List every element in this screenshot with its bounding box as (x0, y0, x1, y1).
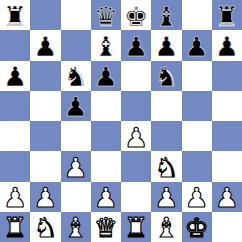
black-pawn-icon: ♟ (124, 32, 148, 59)
square-f1[interactable]: ♝ (151, 212, 181, 242)
square-f3[interactable]: ♞ (151, 151, 181, 181)
black-rook-icon: ♜ (3, 2, 27, 29)
black-pawn-icon: ♟ (215, 32, 239, 59)
white-pawn-icon: ♟ (215, 184, 239, 211)
square-d7[interactable]: ♝ (91, 30, 121, 60)
white-pawn-icon: ♟ (94, 184, 118, 211)
square-h8[interactable]: ♜ (212, 0, 242, 30)
square-f5[interactable] (151, 91, 181, 121)
black-pawn-icon: ♟ (33, 32, 57, 59)
square-b5[interactable] (30, 91, 60, 121)
square-c5[interactable]: ♟ (61, 91, 91, 121)
square-b7[interactable]: ♟ (30, 30, 60, 60)
square-a3[interactable] (0, 151, 30, 181)
square-f4[interactable] (151, 121, 181, 151)
square-f8[interactable]: ♝ (151, 0, 181, 30)
square-e8[interactable]: ♚ (121, 0, 151, 30)
square-b2[interactable]: ♟ (30, 182, 60, 212)
square-a8[interactable]: ♜ (0, 0, 30, 30)
square-g2[interactable]: ♟ (182, 182, 212, 212)
square-a4[interactable] (0, 121, 30, 151)
square-c3[interactable]: ♟ (61, 151, 91, 181)
black-pawn-icon: ♟ (3, 63, 27, 90)
square-d6[interactable]: ♟ (91, 61, 121, 91)
square-b6[interactable] (30, 61, 60, 91)
white-rook-icon: ♜ (124, 214, 148, 241)
black-bishop-icon: ♝ (154, 2, 178, 29)
black-pawn-icon: ♟ (154, 32, 178, 59)
white-king-icon: ♚ (185, 214, 209, 241)
square-e3[interactable] (121, 151, 151, 181)
chess-board[interactable]: ♜♛♚♝♜♟♝♟♟♟♟♟♞♟♞♟♟♟♞♟♟♟♟♟♟♜♞♝♛♜♝♚ (0, 0, 242, 242)
square-c4[interactable] (61, 121, 91, 151)
white-pawn-icon: ♟ (3, 184, 27, 211)
square-e6[interactable] (121, 61, 151, 91)
square-g6[interactable] (182, 61, 212, 91)
square-e1[interactable]: ♜ (121, 212, 151, 242)
square-f2[interactable]: ♟ (151, 182, 181, 212)
square-h4[interactable] (212, 121, 242, 151)
square-h5[interactable] (212, 91, 242, 121)
white-rook-icon: ♜ (3, 214, 27, 241)
square-g5[interactable] (182, 91, 212, 121)
square-c2[interactable] (61, 182, 91, 212)
square-a7[interactable] (0, 30, 30, 60)
square-h1[interactable] (212, 212, 242, 242)
black-pawn-icon: ♟ (185, 32, 209, 59)
square-g3[interactable] (182, 151, 212, 181)
square-b4[interactable] (30, 121, 60, 151)
square-g7[interactable]: ♟ (182, 30, 212, 60)
black-bishop-icon: ♝ (94, 32, 118, 59)
white-knight-icon: ♞ (33, 214, 57, 241)
black-rook-icon: ♜ (215, 2, 239, 29)
square-g4[interactable] (182, 121, 212, 151)
square-e4[interactable]: ♟ (121, 121, 151, 151)
square-h6[interactable] (212, 61, 242, 91)
square-a1[interactable]: ♜ (0, 212, 30, 242)
square-c1[interactable]: ♝ (61, 212, 91, 242)
square-g1[interactable]: ♚ (182, 212, 212, 242)
square-b3[interactable] (30, 151, 60, 181)
square-h2[interactable]: ♟ (212, 182, 242, 212)
square-d3[interactable] (91, 151, 121, 181)
square-e5[interactable] (121, 91, 151, 121)
square-d2[interactable]: ♟ (91, 182, 121, 212)
square-d4[interactable] (91, 121, 121, 151)
black-pawn-icon: ♟ (64, 93, 88, 120)
square-a6[interactable]: ♟ (0, 61, 30, 91)
square-h3[interactable] (212, 151, 242, 181)
black-pawn-icon: ♟ (94, 63, 118, 90)
square-b1[interactable]: ♞ (30, 212, 60, 242)
square-d1[interactable]: ♛ (91, 212, 121, 242)
square-a5[interactable] (0, 91, 30, 121)
white-pawn-icon: ♟ (33, 184, 57, 211)
white-pawn-icon: ♟ (124, 123, 148, 150)
square-d5[interactable] (91, 91, 121, 121)
black-knight-icon: ♞ (64, 63, 88, 90)
square-g8[interactable] (182, 0, 212, 30)
white-bishop-icon: ♝ (64, 214, 88, 241)
white-queen-icon: ♛ (94, 214, 118, 241)
square-f7[interactable]: ♟ (151, 30, 181, 60)
square-b8[interactable] (30, 0, 60, 30)
black-king-icon: ♚ (124, 2, 148, 29)
white-bishop-icon: ♝ (154, 214, 178, 241)
square-c8[interactable] (61, 0, 91, 30)
square-c6[interactable]: ♞ (61, 61, 91, 91)
square-d8[interactable]: ♛ (91, 0, 121, 30)
square-f6[interactable]: ♞ (151, 61, 181, 91)
square-c7[interactable] (61, 30, 91, 60)
black-queen-icon: ♛ (94, 2, 118, 29)
white-pawn-icon: ♟ (185, 184, 209, 211)
square-e7[interactable]: ♟ (121, 30, 151, 60)
white-pawn-icon: ♟ (64, 153, 88, 180)
square-e2[interactable] (121, 182, 151, 212)
white-pawn-icon: ♟ (154, 184, 178, 211)
square-h7[interactable]: ♟ (212, 30, 242, 60)
square-a2[interactable]: ♟ (0, 182, 30, 212)
white-knight-icon: ♞ (154, 153, 178, 180)
black-knight-icon: ♞ (154, 63, 178, 90)
